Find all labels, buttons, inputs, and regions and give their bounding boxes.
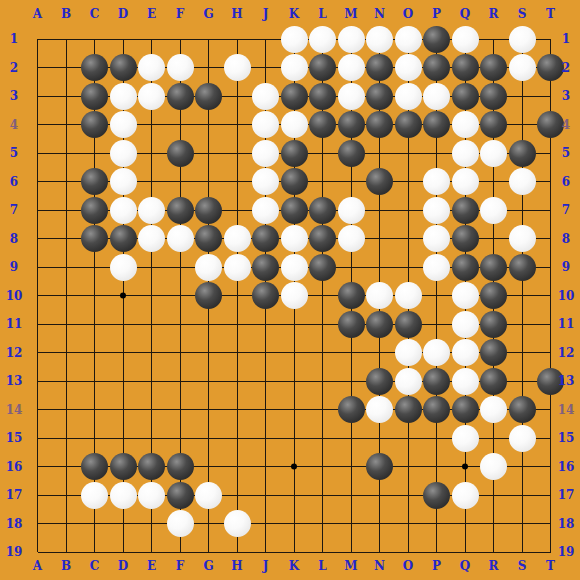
intersection[interactable] bbox=[394, 281, 423, 310]
intersection[interactable] bbox=[137, 367, 166, 396]
intersection[interactable] bbox=[365, 338, 394, 367]
intersection[interactable] bbox=[80, 395, 109, 424]
intersection[interactable] bbox=[422, 509, 451, 538]
intersection[interactable] bbox=[394, 224, 423, 253]
intersection[interactable] bbox=[251, 481, 280, 510]
intersection[interactable] bbox=[508, 53, 537, 82]
intersection[interactable] bbox=[137, 509, 166, 538]
intersection[interactable] bbox=[280, 196, 309, 225]
intersection[interactable] bbox=[23, 25, 52, 54]
intersection[interactable] bbox=[280, 253, 309, 282]
intersection[interactable] bbox=[422, 338, 451, 367]
intersection[interactable] bbox=[52, 139, 81, 168]
intersection[interactable] bbox=[365, 367, 394, 396]
intersection[interactable] bbox=[23, 253, 52, 282]
intersection[interactable] bbox=[479, 395, 508, 424]
intersection[interactable] bbox=[166, 110, 195, 139]
intersection[interactable] bbox=[479, 509, 508, 538]
intersection[interactable] bbox=[508, 253, 537, 282]
intersection[interactable] bbox=[251, 196, 280, 225]
intersection[interactable] bbox=[166, 281, 195, 310]
intersection[interactable] bbox=[251, 139, 280, 168]
intersection[interactable] bbox=[80, 82, 109, 111]
intersection[interactable] bbox=[422, 167, 451, 196]
intersection[interactable] bbox=[479, 338, 508, 367]
intersection[interactable] bbox=[365, 253, 394, 282]
intersection[interactable] bbox=[166, 424, 195, 453]
intersection[interactable] bbox=[451, 139, 480, 168]
intersection[interactable] bbox=[508, 424, 537, 453]
intersection[interactable] bbox=[80, 452, 109, 481]
intersection[interactable] bbox=[251, 82, 280, 111]
intersection[interactable] bbox=[194, 25, 223, 54]
intersection[interactable] bbox=[52, 452, 81, 481]
intersection[interactable] bbox=[52, 424, 81, 453]
intersection[interactable] bbox=[194, 509, 223, 538]
intersection[interactable] bbox=[80, 338, 109, 367]
intersection[interactable] bbox=[194, 367, 223, 396]
intersection[interactable] bbox=[337, 338, 366, 367]
intersection[interactable] bbox=[194, 224, 223, 253]
intersection[interactable] bbox=[251, 253, 280, 282]
intersection[interactable] bbox=[337, 253, 366, 282]
intersection[interactable] bbox=[394, 424, 423, 453]
intersection[interactable] bbox=[280, 82, 309, 111]
intersection[interactable] bbox=[365, 481, 394, 510]
intersection[interactable] bbox=[508, 139, 537, 168]
intersection[interactable] bbox=[365, 167, 394, 196]
intersection[interactable] bbox=[508, 224, 537, 253]
intersection[interactable] bbox=[280, 338, 309, 367]
intersection[interactable] bbox=[394, 481, 423, 510]
intersection[interactable] bbox=[194, 310, 223, 339]
intersection[interactable] bbox=[422, 452, 451, 481]
intersection[interactable] bbox=[194, 53, 223, 82]
intersection[interactable] bbox=[422, 310, 451, 339]
intersection[interactable] bbox=[52, 367, 81, 396]
intersection[interactable] bbox=[137, 25, 166, 54]
intersection[interactable] bbox=[337, 110, 366, 139]
intersection[interactable] bbox=[422, 481, 451, 510]
intersection[interactable] bbox=[422, 110, 451, 139]
intersection[interactable] bbox=[251, 281, 280, 310]
intersection[interactable] bbox=[166, 509, 195, 538]
intersection[interactable] bbox=[80, 167, 109, 196]
intersection[interactable] bbox=[365, 110, 394, 139]
intersection[interactable] bbox=[337, 395, 366, 424]
intersection[interactable] bbox=[308, 395, 337, 424]
intersection[interactable] bbox=[251, 509, 280, 538]
intersection[interactable] bbox=[166, 25, 195, 54]
intersection[interactable] bbox=[251, 167, 280, 196]
intersection[interactable] bbox=[308, 224, 337, 253]
intersection[interactable] bbox=[251, 224, 280, 253]
intersection[interactable] bbox=[137, 310, 166, 339]
intersection[interactable] bbox=[337, 310, 366, 339]
intersection[interactable] bbox=[308, 53, 337, 82]
intersection[interactable] bbox=[394, 395, 423, 424]
intersection[interactable] bbox=[365, 82, 394, 111]
intersection[interactable] bbox=[52, 253, 81, 282]
intersection[interactable] bbox=[52, 224, 81, 253]
intersection[interactable] bbox=[109, 25, 138, 54]
intersection[interactable] bbox=[23, 53, 52, 82]
intersection[interactable] bbox=[137, 281, 166, 310]
intersection[interactable] bbox=[394, 253, 423, 282]
intersection[interactable] bbox=[251, 367, 280, 396]
intersection[interactable] bbox=[337, 82, 366, 111]
intersection[interactable] bbox=[23, 338, 52, 367]
intersection[interactable] bbox=[166, 139, 195, 168]
intersection[interactable] bbox=[166, 82, 195, 111]
intersection[interactable] bbox=[166, 452, 195, 481]
intersection[interactable] bbox=[451, 196, 480, 225]
intersection[interactable] bbox=[80, 25, 109, 54]
intersection[interactable] bbox=[508, 452, 537, 481]
intersection[interactable] bbox=[223, 367, 252, 396]
intersection[interactable] bbox=[337, 481, 366, 510]
intersection[interactable] bbox=[23, 395, 52, 424]
intersection[interactable] bbox=[422, 25, 451, 54]
intersection[interactable] bbox=[23, 196, 52, 225]
intersection[interactable] bbox=[80, 53, 109, 82]
intersection[interactable] bbox=[280, 25, 309, 54]
intersection[interactable] bbox=[194, 424, 223, 453]
intersection[interactable] bbox=[80, 509, 109, 538]
intersection[interactable] bbox=[280, 224, 309, 253]
intersection[interactable] bbox=[52, 481, 81, 510]
intersection[interactable] bbox=[394, 167, 423, 196]
intersection[interactable] bbox=[337, 25, 366, 54]
intersection[interactable] bbox=[80, 281, 109, 310]
intersection[interactable] bbox=[280, 167, 309, 196]
intersection[interactable] bbox=[166, 167, 195, 196]
intersection[interactable] bbox=[308, 281, 337, 310]
intersection[interactable] bbox=[223, 53, 252, 82]
intersection[interactable] bbox=[280, 53, 309, 82]
intersection[interactable] bbox=[137, 53, 166, 82]
intersection[interactable] bbox=[109, 110, 138, 139]
intersection[interactable] bbox=[52, 196, 81, 225]
intersection[interactable] bbox=[508, 395, 537, 424]
intersection[interactable] bbox=[166, 338, 195, 367]
intersection[interactable] bbox=[280, 395, 309, 424]
intersection[interactable] bbox=[137, 338, 166, 367]
intersection[interactable] bbox=[280, 424, 309, 453]
intersection[interactable] bbox=[308, 452, 337, 481]
intersection[interactable] bbox=[251, 53, 280, 82]
intersection[interactable] bbox=[451, 481, 480, 510]
intersection[interactable] bbox=[280, 110, 309, 139]
intersection[interactable] bbox=[251, 452, 280, 481]
intersection[interactable] bbox=[365, 25, 394, 54]
intersection[interactable] bbox=[479, 452, 508, 481]
intersection[interactable] bbox=[194, 196, 223, 225]
intersection[interactable] bbox=[109, 338, 138, 367]
intersection[interactable] bbox=[166, 310, 195, 339]
intersection[interactable] bbox=[52, 110, 81, 139]
intersection[interactable] bbox=[451, 452, 480, 481]
intersection[interactable] bbox=[422, 253, 451, 282]
intersection[interactable] bbox=[166, 367, 195, 396]
intersection[interactable] bbox=[23, 224, 52, 253]
intersection[interactable] bbox=[251, 110, 280, 139]
intersection[interactable] bbox=[194, 167, 223, 196]
intersection[interactable] bbox=[508, 338, 537, 367]
intersection[interactable] bbox=[508, 310, 537, 339]
intersection[interactable] bbox=[308, 196, 337, 225]
intersection[interactable] bbox=[479, 25, 508, 54]
intersection[interactable] bbox=[308, 509, 337, 538]
intersection[interactable] bbox=[251, 424, 280, 453]
intersection[interactable] bbox=[365, 53, 394, 82]
intersection[interactable] bbox=[166, 224, 195, 253]
intersection[interactable] bbox=[109, 82, 138, 111]
intersection[interactable] bbox=[451, 395, 480, 424]
intersection[interactable] bbox=[451, 167, 480, 196]
intersection[interactable] bbox=[308, 338, 337, 367]
intersection[interactable] bbox=[52, 82, 81, 111]
intersection[interactable] bbox=[137, 110, 166, 139]
intersection[interactable] bbox=[479, 53, 508, 82]
intersection[interactable] bbox=[223, 395, 252, 424]
intersection[interactable] bbox=[223, 281, 252, 310]
intersection[interactable] bbox=[52, 395, 81, 424]
intersection[interactable] bbox=[394, 110, 423, 139]
intersection[interactable] bbox=[166, 395, 195, 424]
intersection[interactable] bbox=[308, 424, 337, 453]
intersection[interactable] bbox=[394, 139, 423, 168]
intersection[interactable] bbox=[109, 452, 138, 481]
intersection[interactable] bbox=[451, 224, 480, 253]
intersection[interactable] bbox=[194, 82, 223, 111]
intersection[interactable] bbox=[23, 110, 52, 139]
intersection[interactable] bbox=[23, 139, 52, 168]
intersection[interactable] bbox=[308, 481, 337, 510]
intersection[interactable] bbox=[52, 25, 81, 54]
intersection[interactable] bbox=[337, 367, 366, 396]
intersection[interactable] bbox=[394, 25, 423, 54]
intersection[interactable] bbox=[451, 424, 480, 453]
intersection[interactable] bbox=[508, 196, 537, 225]
intersection[interactable] bbox=[194, 110, 223, 139]
intersection[interactable] bbox=[137, 424, 166, 453]
intersection[interactable] bbox=[479, 139, 508, 168]
intersection[interactable] bbox=[52, 310, 81, 339]
intersection[interactable] bbox=[52, 167, 81, 196]
intersection[interactable] bbox=[80, 224, 109, 253]
intersection[interactable] bbox=[80, 110, 109, 139]
intersection[interactable] bbox=[137, 452, 166, 481]
intersection[interactable] bbox=[223, 338, 252, 367]
intersection[interactable] bbox=[280, 310, 309, 339]
intersection[interactable] bbox=[137, 196, 166, 225]
intersection[interactable] bbox=[23, 452, 52, 481]
intersection[interactable] bbox=[451, 281, 480, 310]
intersection[interactable] bbox=[479, 82, 508, 111]
intersection[interactable] bbox=[365, 224, 394, 253]
intersection[interactable] bbox=[109, 481, 138, 510]
intersection[interactable] bbox=[308, 167, 337, 196]
intersection[interactable] bbox=[479, 281, 508, 310]
intersection[interactable] bbox=[337, 224, 366, 253]
intersection[interactable] bbox=[337, 281, 366, 310]
intersection[interactable] bbox=[365, 424, 394, 453]
intersection[interactable] bbox=[80, 253, 109, 282]
intersection[interactable] bbox=[223, 509, 252, 538]
intersection[interactable] bbox=[451, 25, 480, 54]
intersection[interactable] bbox=[422, 281, 451, 310]
intersection[interactable] bbox=[23, 82, 52, 111]
intersection[interactable] bbox=[280, 367, 309, 396]
intersection[interactable] bbox=[52, 53, 81, 82]
intersection[interactable] bbox=[394, 509, 423, 538]
intersection[interactable] bbox=[479, 310, 508, 339]
intersection[interactable] bbox=[109, 253, 138, 282]
intersection[interactable] bbox=[451, 310, 480, 339]
intersection[interactable] bbox=[365, 281, 394, 310]
intersection[interactable] bbox=[508, 167, 537, 196]
intersection[interactable] bbox=[451, 82, 480, 111]
intersection[interactable] bbox=[394, 196, 423, 225]
intersection[interactable] bbox=[137, 395, 166, 424]
intersection[interactable] bbox=[308, 367, 337, 396]
intersection[interactable] bbox=[308, 82, 337, 111]
intersection[interactable] bbox=[109, 281, 138, 310]
intersection[interactable] bbox=[394, 367, 423, 396]
intersection[interactable] bbox=[109, 395, 138, 424]
intersection[interactable] bbox=[280, 452, 309, 481]
intersection[interactable] bbox=[166, 53, 195, 82]
intersection[interactable] bbox=[422, 53, 451, 82]
intersection[interactable] bbox=[194, 452, 223, 481]
intersection[interactable] bbox=[337, 452, 366, 481]
intersection[interactable] bbox=[137, 167, 166, 196]
intersection[interactable] bbox=[308, 25, 337, 54]
intersection[interactable] bbox=[479, 253, 508, 282]
intersection[interactable] bbox=[337, 167, 366, 196]
intersection[interactable] bbox=[223, 310, 252, 339]
intersection[interactable] bbox=[251, 338, 280, 367]
intersection[interactable] bbox=[80, 367, 109, 396]
intersection[interactable] bbox=[109, 196, 138, 225]
intersection[interactable] bbox=[451, 509, 480, 538]
intersection[interactable] bbox=[223, 481, 252, 510]
intersection[interactable] bbox=[422, 367, 451, 396]
intersection[interactable] bbox=[223, 424, 252, 453]
intersection[interactable] bbox=[23, 281, 52, 310]
intersection[interactable] bbox=[365, 509, 394, 538]
intersection[interactable] bbox=[109, 224, 138, 253]
intersection[interactable] bbox=[308, 110, 337, 139]
intersection[interactable] bbox=[137, 224, 166, 253]
intersection[interactable] bbox=[109, 53, 138, 82]
intersection[interactable] bbox=[52, 509, 81, 538]
intersection[interactable] bbox=[394, 53, 423, 82]
intersection[interactable] bbox=[109, 424, 138, 453]
intersection[interactable] bbox=[365, 452, 394, 481]
intersection[interactable] bbox=[508, 481, 537, 510]
intersection[interactable] bbox=[508, 82, 537, 111]
intersection[interactable] bbox=[280, 509, 309, 538]
intersection[interactable] bbox=[80, 139, 109, 168]
intersection[interactable] bbox=[508, 110, 537, 139]
intersection[interactable] bbox=[365, 395, 394, 424]
intersection[interactable] bbox=[479, 110, 508, 139]
intersection[interactable] bbox=[394, 338, 423, 367]
intersection[interactable] bbox=[251, 25, 280, 54]
intersection[interactable] bbox=[166, 481, 195, 510]
intersection[interactable] bbox=[422, 139, 451, 168]
intersection[interactable] bbox=[337, 139, 366, 168]
intersection[interactable] bbox=[109, 367, 138, 396]
intersection[interactable] bbox=[337, 424, 366, 453]
intersection[interactable] bbox=[23, 481, 52, 510]
intersection[interactable] bbox=[251, 310, 280, 339]
intersection[interactable] bbox=[422, 196, 451, 225]
intersection[interactable] bbox=[137, 139, 166, 168]
intersection[interactable] bbox=[479, 481, 508, 510]
intersection[interactable] bbox=[23, 167, 52, 196]
intersection[interactable] bbox=[479, 196, 508, 225]
intersection[interactable] bbox=[109, 509, 138, 538]
intersection[interactable] bbox=[508, 509, 537, 538]
intersection[interactable] bbox=[223, 139, 252, 168]
intersection[interactable] bbox=[80, 310, 109, 339]
intersection[interactable] bbox=[394, 82, 423, 111]
intersection[interactable] bbox=[223, 167, 252, 196]
intersection[interactable] bbox=[223, 253, 252, 282]
intersection[interactable] bbox=[280, 139, 309, 168]
intersection[interactable] bbox=[337, 196, 366, 225]
intersection[interactable] bbox=[394, 452, 423, 481]
intersection[interactable] bbox=[451, 367, 480, 396]
intersection[interactable] bbox=[223, 82, 252, 111]
intersection[interactable] bbox=[508, 367, 537, 396]
intersection[interactable] bbox=[223, 196, 252, 225]
intersection[interactable] bbox=[194, 395, 223, 424]
intersection[interactable] bbox=[308, 253, 337, 282]
intersection[interactable] bbox=[451, 338, 480, 367]
intersection[interactable] bbox=[394, 310, 423, 339]
intersection[interactable] bbox=[80, 424, 109, 453]
intersection[interactable] bbox=[308, 139, 337, 168]
intersection[interactable] bbox=[23, 367, 52, 396]
intersection[interactable] bbox=[451, 110, 480, 139]
intersection[interactable] bbox=[337, 509, 366, 538]
intersection[interactable] bbox=[109, 310, 138, 339]
intersection[interactable] bbox=[365, 139, 394, 168]
intersection[interactable] bbox=[194, 139, 223, 168]
intersection[interactable] bbox=[194, 253, 223, 282]
intersection[interactable] bbox=[23, 509, 52, 538]
intersection[interactable] bbox=[422, 395, 451, 424]
intersection[interactable] bbox=[280, 281, 309, 310]
intersection[interactable] bbox=[194, 281, 223, 310]
intersection[interactable] bbox=[365, 310, 394, 339]
intersection[interactable] bbox=[166, 253, 195, 282]
intersection[interactable] bbox=[23, 310, 52, 339]
intersection[interactable] bbox=[52, 338, 81, 367]
intersection[interactable] bbox=[479, 367, 508, 396]
intersection[interactable] bbox=[422, 424, 451, 453]
intersection[interactable] bbox=[251, 395, 280, 424]
intersection[interactable] bbox=[223, 25, 252, 54]
intersection[interactable] bbox=[109, 139, 138, 168]
intersection[interactable] bbox=[80, 196, 109, 225]
intersection[interactable] bbox=[52, 281, 81, 310]
intersection[interactable] bbox=[308, 310, 337, 339]
